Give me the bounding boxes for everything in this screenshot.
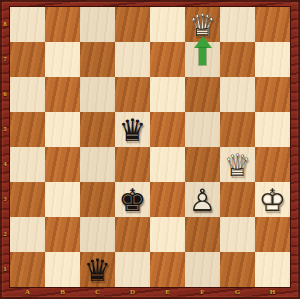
square-c8[interactable] [80, 7, 115, 42]
file-label-h: H [255, 287, 290, 299]
piece-black-queen-c1[interactable]: ♛ [80, 252, 115, 287]
square-h5[interactable] [255, 112, 290, 147]
square-e5[interactable] [150, 112, 185, 147]
square-e8[interactable] [150, 7, 185, 42]
square-d6[interactable] [115, 77, 150, 112]
square-f5[interactable] [185, 112, 220, 147]
square-c3[interactable] [80, 182, 115, 217]
square-d7[interactable] [115, 42, 150, 77]
square-h8[interactable] [255, 7, 290, 42]
rank-label-6: 6 [0, 77, 10, 112]
square-a6[interactable] [10, 77, 45, 112]
square-g7[interactable] [220, 42, 255, 77]
square-b7[interactable] [45, 42, 80, 77]
square-b2[interactable] [45, 217, 80, 252]
square-d3[interactable]: ♚ [115, 182, 150, 217]
piece-white-pawn-f3[interactable]: ♟♙ [185, 182, 220, 217]
rank-label-7: 7 [0, 42, 10, 77]
square-h2[interactable] [255, 217, 290, 252]
square-b4[interactable] [45, 147, 80, 182]
file-label-a: A [10, 287, 45, 299]
square-c4[interactable] [80, 147, 115, 182]
rank-label-8: 8 [0, 7, 10, 42]
square-b8[interactable] [45, 7, 80, 42]
square-b6[interactable] [45, 77, 80, 112]
square-h4[interactable] [255, 147, 290, 182]
square-h1[interactable] [255, 252, 290, 287]
square-c7[interactable] [80, 42, 115, 77]
rank-label-2: 2 [0, 217, 10, 252]
square-b3[interactable] [45, 182, 80, 217]
square-d5[interactable]: ♛ [115, 112, 150, 147]
square-e1[interactable] [150, 252, 185, 287]
square-d4[interactable] [115, 147, 150, 182]
square-f2[interactable] [185, 217, 220, 252]
square-g6[interactable] [220, 77, 255, 112]
file-label-e: E [150, 287, 185, 299]
square-c2[interactable] [80, 217, 115, 252]
king-glyph-outline: ♔ [255, 182, 290, 217]
square-h6[interactable] [255, 77, 290, 112]
piece-white-queen-g4[interactable]: ♛♕ [220, 147, 255, 182]
file-label-f: F [185, 287, 220, 299]
square-e3[interactable] [150, 182, 185, 217]
square-f1[interactable] [185, 252, 220, 287]
rank-label-5: 5 [0, 112, 10, 147]
square-a4[interactable] [10, 147, 45, 182]
piece-black-king-d3[interactable]: ♚ [115, 182, 150, 217]
rank-label-1: 1 [0, 252, 10, 287]
square-c1[interactable]: ♛ [80, 252, 115, 287]
square-a3[interactable] [10, 182, 45, 217]
square-a8[interactable] [10, 7, 45, 42]
square-g1[interactable] [220, 252, 255, 287]
file-label-c: C [80, 287, 115, 299]
square-h7[interactable] [255, 42, 290, 77]
square-g2[interactable] [220, 217, 255, 252]
square-b1[interactable] [45, 252, 80, 287]
square-g5[interactable] [220, 112, 255, 147]
square-e6[interactable] [150, 77, 185, 112]
file-label-b: B [45, 287, 80, 299]
chessboard-frame: ♛♕♛♛♕♚♟♙♚♔♛ 87654321 ABCDEFGH [0, 0, 300, 299]
square-h3[interactable]: ♚♔ [255, 182, 290, 217]
square-d2[interactable] [115, 217, 150, 252]
square-c6[interactable] [80, 77, 115, 112]
square-d1[interactable] [115, 252, 150, 287]
queen-glyph: ♛ [115, 112, 150, 147]
square-a5[interactable] [10, 112, 45, 147]
square-a7[interactable] [10, 42, 45, 77]
square-d8[interactable] [115, 7, 150, 42]
square-e7[interactable] [150, 42, 185, 77]
square-f3[interactable]: ♟♙ [185, 182, 220, 217]
rank-label-3: 3 [0, 182, 10, 217]
square-g3[interactable] [220, 182, 255, 217]
queen-glyph-outline: ♕ [220, 147, 255, 182]
board-grid: ♛♕♛♛♕♚♟♙♚♔♛ [10, 7, 290, 287]
piece-white-king-h3[interactable]: ♚♔ [255, 182, 290, 217]
file-label-d: D [115, 287, 150, 299]
square-f6[interactable] [185, 77, 220, 112]
square-f4[interactable] [185, 147, 220, 182]
square-c5[interactable] [80, 112, 115, 147]
file-label-g: G [220, 287, 255, 299]
last-move-arrow-head [194, 36, 212, 48]
square-a1[interactable] [10, 252, 45, 287]
square-e4[interactable] [150, 147, 185, 182]
rank-label-4: 4 [0, 147, 10, 182]
square-g8[interactable] [220, 7, 255, 42]
pawn-glyph-outline: ♙ [185, 182, 220, 217]
square-b5[interactable] [45, 112, 80, 147]
queen-glyph: ♛ [80, 252, 115, 287]
square-g4[interactable]: ♛♕ [220, 147, 255, 182]
last-move-arrow [199, 48, 206, 65]
king-glyph: ♚ [115, 182, 150, 217]
square-e2[interactable] [150, 217, 185, 252]
piece-black-queen-d5[interactable]: ♛ [115, 112, 150, 147]
square-a2[interactable] [10, 217, 45, 252]
